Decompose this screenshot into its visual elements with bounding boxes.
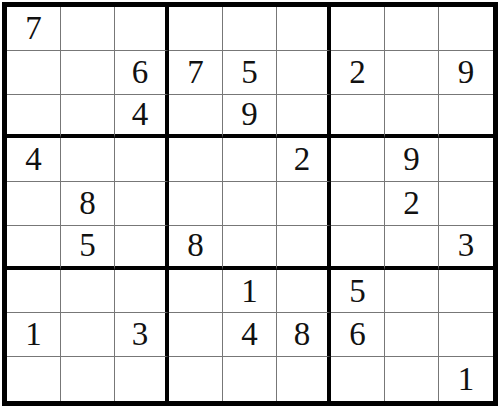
cell-r8c5: 4	[223, 313, 277, 357]
cell-r2c5: 5	[223, 51, 277, 95]
cell-r5c9[interactable]	[439, 182, 493, 226]
cell-r1c8[interactable]	[385, 7, 439, 51]
cell-r8c4[interactable]	[169, 313, 223, 357]
cell-r4c4[interactable]	[169, 138, 223, 182]
cell-r5c4[interactable]	[169, 182, 223, 226]
cell-r9c9: 1	[439, 357, 493, 401]
cell-r5c7[interactable]	[331, 182, 385, 226]
cell-r8c2[interactable]	[61, 313, 115, 357]
cell-r1c9[interactable]	[439, 7, 493, 51]
cell-r1c5[interactable]	[223, 7, 277, 51]
cell-r7c5: 1	[223, 270, 277, 314]
cell-r6c9: 3	[439, 226, 493, 270]
cell-r1c2[interactable]	[61, 7, 115, 51]
cell-r7c6[interactable]	[277, 270, 331, 314]
cell-r4c2[interactable]	[61, 138, 115, 182]
cell-r3c8[interactable]	[385, 95, 439, 139]
cell-r7c7: 5	[331, 270, 385, 314]
cell-r6c1[interactable]	[7, 226, 61, 270]
cell-r3c5: 9	[223, 95, 277, 139]
cell-r2c4: 7	[169, 51, 223, 95]
cell-r9c8[interactable]	[385, 357, 439, 401]
cell-r5c5[interactable]	[223, 182, 277, 226]
cell-r3c6[interactable]	[277, 95, 331, 139]
cell-r6c4: 8	[169, 226, 223, 270]
cell-r1c7[interactable]	[331, 7, 385, 51]
cell-r3c7[interactable]	[331, 95, 385, 139]
cell-r7c9[interactable]	[439, 270, 493, 314]
cell-r9c1[interactable]	[7, 357, 61, 401]
cell-r4c3[interactable]	[115, 138, 169, 182]
cell-r1c4[interactable]	[169, 7, 223, 51]
cell-r3c1[interactable]	[7, 95, 61, 139]
cell-r8c3: 3	[115, 313, 169, 357]
cell-r5c8: 2	[385, 182, 439, 226]
cell-r2c2[interactable]	[61, 51, 115, 95]
cell-r8c8[interactable]	[385, 313, 439, 357]
cell-r1c1: 7	[7, 7, 61, 51]
cell-r9c5[interactable]	[223, 357, 277, 401]
cell-r1c3[interactable]	[115, 7, 169, 51]
cell-r5c1[interactable]	[7, 182, 61, 226]
cell-r8c7: 6	[331, 313, 385, 357]
cell-r6c7[interactable]	[331, 226, 385, 270]
cell-r8c6: 8	[277, 313, 331, 357]
cell-r9c7[interactable]	[331, 357, 385, 401]
cell-r6c2: 5	[61, 226, 115, 270]
cell-r2c7: 2	[331, 51, 385, 95]
cell-r7c4[interactable]	[169, 270, 223, 314]
cell-r7c8[interactable]	[385, 270, 439, 314]
sudoku-board: 767529494298258315134861	[2, 2, 498, 406]
cell-r3c4[interactable]	[169, 95, 223, 139]
cell-r9c6[interactable]	[277, 357, 331, 401]
cell-r4c9[interactable]	[439, 138, 493, 182]
cell-r6c6[interactable]	[277, 226, 331, 270]
cell-r2c9: 9	[439, 51, 493, 95]
cell-r4c6: 2	[277, 138, 331, 182]
cell-r4c5[interactable]	[223, 138, 277, 182]
cell-r2c8[interactable]	[385, 51, 439, 95]
cell-r4c8: 9	[385, 138, 439, 182]
cell-r9c2[interactable]	[61, 357, 115, 401]
cell-r3c2[interactable]	[61, 95, 115, 139]
cell-r4c7[interactable]	[331, 138, 385, 182]
cell-r5c2: 8	[61, 182, 115, 226]
cell-r4c1: 4	[7, 138, 61, 182]
cell-r3c3: 4	[115, 95, 169, 139]
cell-r2c1[interactable]	[7, 51, 61, 95]
cell-r9c3[interactable]	[115, 357, 169, 401]
cell-r5c3[interactable]	[115, 182, 169, 226]
cell-r1c6[interactable]	[277, 7, 331, 51]
cell-r7c1[interactable]	[7, 270, 61, 314]
cell-r8c1: 1	[7, 313, 61, 357]
cell-r7c3[interactable]	[115, 270, 169, 314]
cell-r7c2[interactable]	[61, 270, 115, 314]
cell-r3c9[interactable]	[439, 95, 493, 139]
cell-r5c6[interactable]	[277, 182, 331, 226]
cell-r6c5[interactable]	[223, 226, 277, 270]
cell-r2c6[interactable]	[277, 51, 331, 95]
cell-r6c3[interactable]	[115, 226, 169, 270]
cell-r9c4[interactable]	[169, 357, 223, 401]
cell-r6c8[interactable]	[385, 226, 439, 270]
cell-r2c3: 6	[115, 51, 169, 95]
cell-r8c9[interactable]	[439, 313, 493, 357]
